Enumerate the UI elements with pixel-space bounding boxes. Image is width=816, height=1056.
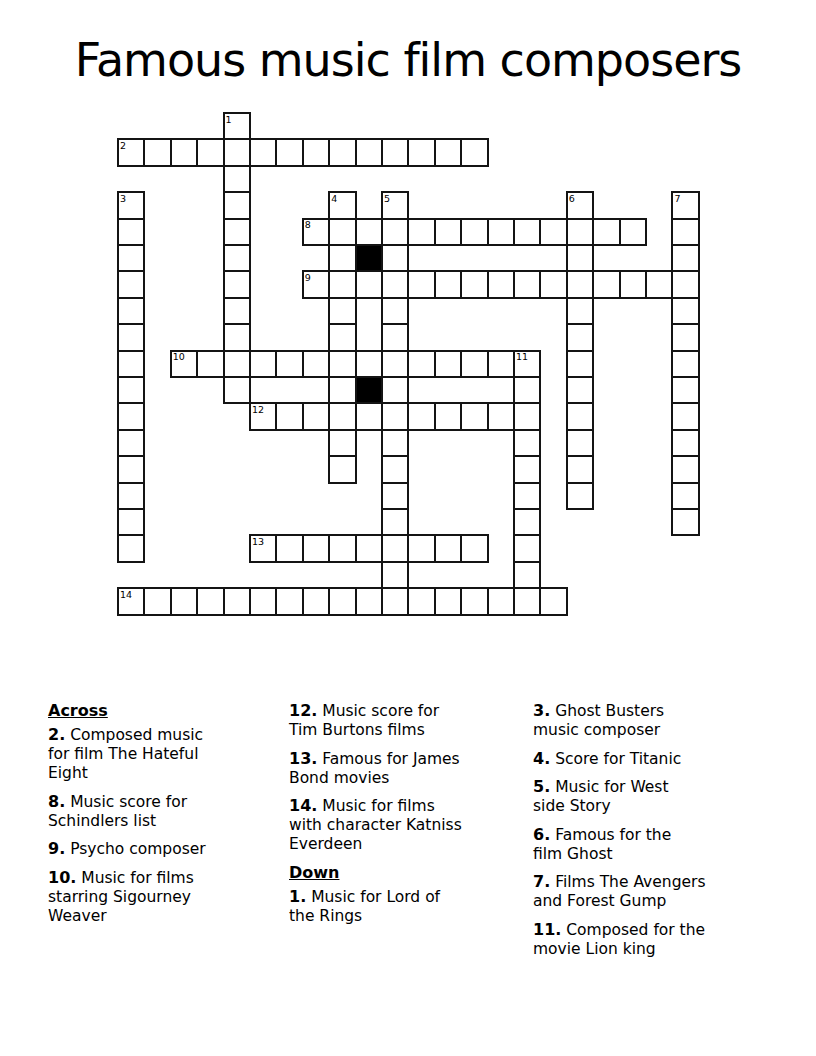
grid-cell [328,455,356,483]
grid-cell [513,534,541,562]
clue-num: 10. [48,868,76,887]
grid-cell [196,138,224,166]
grid-cell [196,587,224,615]
across-heading: Across [48,701,263,720]
grid-cell [671,508,699,536]
clue-number: 10 [173,352,185,362]
grid-cell [117,218,145,246]
grid-cell [460,270,488,298]
grid-cell [566,323,594,351]
grid-cell [117,482,145,510]
grid-cell [434,402,462,430]
grid-cell [223,587,251,615]
clue-item: 6. Famous for the film Ghost [533,825,781,864]
grid-cell [513,402,541,430]
grid-cell [671,270,699,298]
grid-cell [671,297,699,325]
grid-cell [381,244,409,272]
clue-num: 9. [48,839,65,858]
clue-text: Music for Lord of the Rings [289,888,440,925]
grid-cell [170,587,198,615]
grid-cell [328,270,356,298]
grid-cell [566,482,594,510]
grid-cell [328,402,356,430]
grid-cell [170,138,198,166]
grid-cell [460,534,488,562]
clue-num: 4. [533,749,550,768]
clue-text: Music score for Schindlers list [48,793,187,830]
clue-item: 8. Music score for Schindlers list [48,792,263,831]
grid-cell [381,323,409,351]
grid-cell [249,350,277,378]
grid-cell [381,350,409,378]
grid-cell [328,429,356,457]
clue-number: 9 [305,273,311,283]
grid-cell [539,270,567,298]
grid-cell [381,587,409,615]
grid-cell [566,218,594,246]
clue-text: Score for Titanic [550,750,681,768]
grid-cell [355,218,383,246]
grid-cell [355,534,383,562]
grid-cell [249,587,277,615]
grid-cell [143,587,171,615]
clue-column-right: 3. Ghost Busters music composer4. Score … [533,701,781,967]
grid-cell [117,244,145,272]
grid-cell [223,270,251,298]
grid-cell [671,455,699,483]
grid-cell [381,402,409,430]
grid-cell [407,270,435,298]
grid-cell [566,429,594,457]
clue-number: 11 [516,352,528,362]
grid-cell [513,482,541,510]
grid-cell [407,218,435,246]
grid-cell [645,270,673,298]
grid-cell [117,455,145,483]
grid-cell [513,587,541,615]
grid-cell [566,297,594,325]
clue-text: Music for West side Story [533,778,669,815]
grid-cell [671,323,699,351]
grid-cell [328,244,356,272]
grid-cell [487,218,515,246]
grid-cell [513,561,541,589]
grid-cell [381,297,409,325]
grid-cell [328,587,356,615]
grid-cell [381,429,409,457]
clue-number: 3 [120,194,126,204]
clue-num: 3. [533,701,550,720]
grid-cell [328,376,356,404]
clue-num: 11. [533,920,561,939]
clue-text: Films The Avengers and Forest Gump [533,873,705,910]
grid-cell [407,587,435,615]
grid-cell [671,350,699,378]
grid-cell [487,587,515,615]
grid-cell [460,218,488,246]
grid-cell [381,218,409,246]
grid-cell [487,270,515,298]
grid-cell [275,138,303,166]
grid-cell [434,218,462,246]
grid-cell [249,138,277,166]
grid-cell [223,165,251,193]
puzzle-title: Famous music film composers [0,34,816,86]
grid-cell [671,429,699,457]
clue-item: 2. Composed music for film The Hateful E… [48,725,263,783]
grid-cell [671,244,699,272]
grid-cell [355,350,383,378]
grid-cell [513,508,541,536]
grid-cell [381,508,409,536]
grid-cell [117,376,145,404]
clue-num: 6. [533,825,550,844]
clue-number: 7 [674,194,680,204]
grid-cell [328,534,356,562]
grid-cell [460,138,488,166]
grid-cell [671,482,699,510]
grid-cell [460,587,488,615]
grid-cell [328,350,356,378]
clue-num: 5. [533,777,550,796]
grid-cell [381,270,409,298]
clue-text: Ghost Busters music composer [533,702,664,739]
clue-num: 7. [533,872,550,891]
clue-num: 1. [289,887,306,906]
grid-cell [117,323,145,351]
clue-item: 11. Composed for the movie Lion king [533,920,781,959]
grid-cell [355,587,383,615]
clue-item: 3. Ghost Busters music composer [533,701,781,740]
grid-cell [223,297,251,325]
grid-cell [434,534,462,562]
grid-cell [566,350,594,378]
grid-cell [223,376,251,404]
clue-item: 5. Music for West side Story [533,777,781,816]
grid-cell [223,244,251,272]
black-cell [355,244,383,272]
grid-cell [487,350,515,378]
grid-cell [275,350,303,378]
grid-cell [355,270,383,298]
grid-cell [302,587,330,615]
clue-number: 12 [252,405,264,415]
grid-cell [460,402,488,430]
crossword-grid: 1234567891011121314 [117,112,699,616]
grid-cell [117,270,145,298]
grid-cell [513,270,541,298]
clue-column-left: Across2. Composed music for film The Hat… [48,701,263,934]
clue-number: 5 [384,194,390,204]
clue-num: 12. [289,701,317,720]
grid-cell [592,270,620,298]
grid-cell [513,455,541,483]
grid-cell [328,323,356,351]
grid-cell [143,138,171,166]
grid-cell [196,350,224,378]
grid-cell [223,218,251,246]
grid-cell [671,218,699,246]
down-heading: Down [289,863,527,882]
clue-num: 2. [48,725,65,744]
grid-cell [539,218,567,246]
grid-cell [117,350,145,378]
clue-item: 9. Psycho composer [48,839,263,859]
grid-cell [117,297,145,325]
grid-cell [566,244,594,272]
clue-text: Composed music for film The Hateful Eigh… [48,726,203,782]
clue-item: 14. Music for films with character Katni… [289,796,527,854]
grid-cell [381,561,409,589]
clue-number: 14 [120,590,132,600]
clue-number: 13 [252,537,264,547]
clue-num: 14. [289,796,317,815]
grid-cell [381,138,409,166]
grid-cell [539,587,567,615]
grid-cell [275,402,303,430]
grid-cell [566,455,594,483]
clue-item: 4. Score for Titanic [533,749,781,769]
grid-cell [381,376,409,404]
grid-cell [117,534,145,562]
grid-cell [381,455,409,483]
grid-cell [513,376,541,404]
grid-cell [381,482,409,510]
grid-cell [592,218,620,246]
grid-cell [407,350,435,378]
grid-cell [275,534,303,562]
grid-cell [223,138,251,166]
clue-number: 8 [305,220,311,230]
grid-cell [434,587,462,615]
grid-cell [487,402,515,430]
clue-number: 4 [331,194,337,204]
clue-number: 1 [226,115,232,125]
black-cell [355,376,383,404]
clue-item: 13. Famous for James Bond movies [289,749,527,788]
grid-cell [566,270,594,298]
grid-cell [566,376,594,404]
grid-cell [302,402,330,430]
grid-cell [355,402,383,430]
grid-cell [223,323,251,351]
grid-cell [566,402,594,430]
clue-text: Famous for the film Ghost [533,826,671,863]
grid-cell [381,534,409,562]
clue-column-middle: 12. Music score for Tim Burtons films13.… [289,701,527,934]
grid-cell [223,350,251,378]
clue-item: 10. Music for films starring Sigourney W… [48,868,263,926]
clue-item: 12. Music score for Tim Burtons films [289,701,527,740]
grid-cell [328,218,356,246]
grid-cell [328,297,356,325]
grid-cell [302,350,330,378]
grid-cell [671,376,699,404]
grid-cell [223,191,251,219]
clue-number: 2 [120,141,126,151]
grid-cell [302,138,330,166]
grid-cell [117,508,145,536]
grid-cell [619,270,647,298]
grid-cell [434,138,462,166]
grid-cell [513,429,541,457]
grid-cell [671,402,699,430]
grid-cell [407,534,435,562]
grid-cell [328,138,356,166]
grid-cell [619,218,647,246]
clue-item: 1. Music for Lord of the Rings [289,887,527,926]
grid-cell [407,138,435,166]
clue-text: Psycho composer [65,840,205,858]
clue-item: 7. Films The Avengers and Forest Gump [533,872,781,911]
grid-cell [117,402,145,430]
clue-num: 13. [289,749,317,768]
grid-cell [355,138,383,166]
grid-cell [302,534,330,562]
grid-cell [434,350,462,378]
clue-num: 8. [48,792,65,811]
grid-cell [434,270,462,298]
grid-cell [117,429,145,457]
clue-number: 6 [569,194,575,204]
grid-cell [275,587,303,615]
grid-cell [460,350,488,378]
grid-cell [513,218,541,246]
grid-cell [407,402,435,430]
